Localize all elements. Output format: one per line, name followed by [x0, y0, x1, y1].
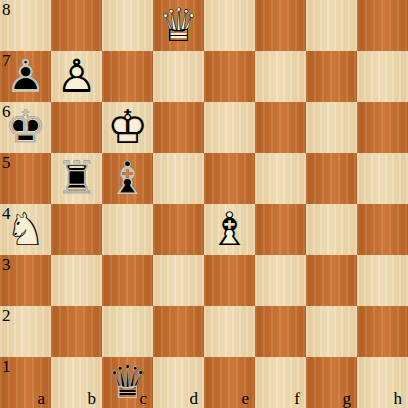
knight-glyph-outline: ♘: [0, 204, 51, 255]
rank-label-2: 2: [2, 306, 11, 325]
white-queen[interactable]: ♛♕: [153, 0, 204, 51]
square-h7[interactable]: [357, 51, 408, 102]
black-king[interactable]: ♚♔: [0, 102, 51, 153]
square-g5[interactable]: [306, 153, 357, 204]
square-a6[interactable]: 6♚♔: [0, 102, 51, 153]
square-h5[interactable]: [357, 153, 408, 204]
square-c1[interactable]: c♛♕: [102, 357, 153, 408]
square-g8[interactable]: [306, 0, 357, 51]
square-e4[interactable]: ♝♗: [204, 204, 255, 255]
square-c3[interactable]: [102, 255, 153, 306]
square-a4[interactable]: 4♞♘: [0, 204, 51, 255]
black-rook[interactable]: ♜♖: [51, 153, 102, 204]
square-a7[interactable]: 7♟♙: [0, 51, 51, 102]
square-b1[interactable]: b: [51, 357, 102, 408]
square-g7[interactable]: [306, 51, 357, 102]
square-b2[interactable]: [51, 306, 102, 357]
bishop-glyph-outline: ♗: [204, 204, 255, 255]
square-f2[interactable]: [255, 306, 306, 357]
square-h8[interactable]: [357, 0, 408, 51]
square-f3[interactable]: [255, 255, 306, 306]
square-f8[interactable]: [255, 0, 306, 51]
bishop-glyph-outline: ♗: [102, 153, 153, 204]
king-glyph-outline: ♔: [0, 102, 51, 153]
square-c2[interactable]: [102, 306, 153, 357]
square-d3[interactable]: [153, 255, 204, 306]
rook-glyph-outline: ♖: [51, 153, 102, 204]
white-bishop[interactable]: ♝♗: [204, 204, 255, 255]
square-f5[interactable]: [255, 153, 306, 204]
square-f6[interactable]: [255, 102, 306, 153]
square-d1[interactable]: d: [153, 357, 204, 408]
square-b6[interactable]: [51, 102, 102, 153]
chess-board: 8♛♕7♟♙♟♙6♚♔♚♔5♜♖♝♗4♞♘♝♗321abc♛♕defgh: [0, 0, 408, 408]
square-g4[interactable]: [306, 204, 357, 255]
square-c5[interactable]: ♝♗: [102, 153, 153, 204]
file-label-h: h: [394, 390, 403, 408]
queen-glyph-outline: ♕: [102, 357, 153, 408]
square-b4[interactable]: [51, 204, 102, 255]
square-e5[interactable]: [204, 153, 255, 204]
square-a5[interactable]: 5: [0, 153, 51, 204]
square-c8[interactable]: [102, 0, 153, 51]
square-d5[interactable]: [153, 153, 204, 204]
square-d2[interactable]: [153, 306, 204, 357]
rank-label-8: 8: [2, 0, 11, 19]
square-b7[interactable]: ♟♙: [51, 51, 102, 102]
white-knight[interactable]: ♞♘: [0, 204, 51, 255]
rank-label-1: 1: [2, 357, 11, 376]
square-a8[interactable]: 8: [0, 0, 51, 51]
square-a3[interactable]: 3: [0, 255, 51, 306]
file-label-d: d: [190, 390, 199, 408]
file-label-g: g: [343, 390, 352, 408]
square-f1[interactable]: f: [255, 357, 306, 408]
white-king[interactable]: ♚♔: [102, 102, 153, 153]
king-glyph-outline: ♔: [102, 102, 153, 153]
file-label-a: a: [37, 390, 45, 408]
white-pawn[interactable]: ♟♙: [51, 51, 102, 102]
square-h2[interactable]: [357, 306, 408, 357]
square-d6[interactable]: [153, 102, 204, 153]
square-g6[interactable]: [306, 102, 357, 153]
black-queen[interactable]: ♛♕: [102, 357, 153, 408]
square-c4[interactable]: [102, 204, 153, 255]
square-b3[interactable]: [51, 255, 102, 306]
square-c7[interactable]: [102, 51, 153, 102]
pawn-glyph-outline: ♙: [51, 51, 102, 102]
square-h1[interactable]: h: [357, 357, 408, 408]
square-f7[interactable]: [255, 51, 306, 102]
square-e1[interactable]: e: [204, 357, 255, 408]
pawn-glyph-outline: ♙: [0, 51, 51, 102]
square-h3[interactable]: [357, 255, 408, 306]
square-g3[interactable]: [306, 255, 357, 306]
file-label-f: f: [294, 390, 300, 408]
square-a1[interactable]: 1a: [0, 357, 51, 408]
queen-glyph-outline: ♕: [153, 0, 204, 51]
square-f4[interactable]: [255, 204, 306, 255]
square-d8[interactable]: ♛♕: [153, 0, 204, 51]
square-e6[interactable]: [204, 102, 255, 153]
square-b5[interactable]: ♜♖: [51, 153, 102, 204]
square-h4[interactable]: [357, 204, 408, 255]
square-a2[interactable]: 2: [0, 306, 51, 357]
square-g2[interactable]: [306, 306, 357, 357]
square-g1[interactable]: g: [306, 357, 357, 408]
square-e7[interactable]: [204, 51, 255, 102]
black-bishop[interactable]: ♝♗: [102, 153, 153, 204]
square-b8[interactable]: [51, 0, 102, 51]
square-e2[interactable]: [204, 306, 255, 357]
square-e3[interactable]: [204, 255, 255, 306]
black-pawn[interactable]: ♟♙: [0, 51, 51, 102]
square-h6[interactable]: [357, 102, 408, 153]
square-c6[interactable]: ♚♔: [102, 102, 153, 153]
rank-label-3: 3: [2, 255, 11, 274]
square-d4[interactable]: [153, 204, 204, 255]
square-e8[interactable]: [204, 0, 255, 51]
file-label-e: e: [241, 390, 249, 408]
file-label-b: b: [88, 390, 97, 408]
rank-label-5: 5: [2, 153, 11, 172]
square-d7[interactable]: [153, 51, 204, 102]
